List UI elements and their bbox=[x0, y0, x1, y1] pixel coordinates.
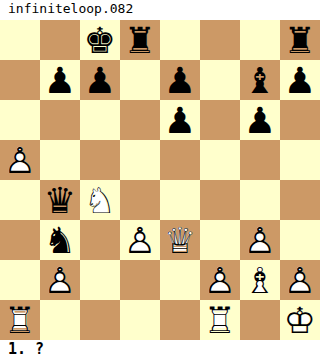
square-a8[interactable] bbox=[0, 20, 40, 60]
square-c6[interactable] bbox=[80, 100, 120, 140]
piece-white-queen-e3-fill: ♛ bbox=[160, 220, 200, 260]
square-b4[interactable]: ♛ bbox=[40, 180, 80, 220]
square-b5[interactable] bbox=[40, 140, 80, 180]
piece-white-bishop-g2: ♗ bbox=[240, 260, 280, 300]
square-h3[interactable] bbox=[280, 220, 320, 260]
square-a5[interactable]: ♟♙ bbox=[0, 140, 40, 180]
square-b2[interactable]: ♟♙ bbox=[40, 260, 80, 300]
piece-white-rook-f1: ♖ bbox=[200, 300, 240, 340]
piece-black-pawn-b7: ♟ bbox=[40, 60, 80, 100]
square-g2[interactable]: ♝♗ bbox=[240, 260, 280, 300]
piece-white-pawn-h2: ♙ bbox=[280, 260, 320, 300]
square-d7[interactable] bbox=[120, 60, 160, 100]
piece-black-king-c8: ♚ bbox=[80, 20, 120, 60]
square-f4[interactable] bbox=[200, 180, 240, 220]
move-prompt: 1. ? bbox=[0, 340, 320, 360]
square-a2[interactable] bbox=[0, 260, 40, 300]
square-e3[interactable]: ♛♕ bbox=[160, 220, 200, 260]
piece-white-pawn-g3: ♙ bbox=[240, 220, 280, 260]
square-f7[interactable] bbox=[200, 60, 240, 100]
square-h6[interactable] bbox=[280, 100, 320, 140]
piece-black-pawn-h7: ♟ bbox=[280, 60, 320, 100]
piece-white-pawn-b2: ♙ bbox=[40, 260, 80, 300]
square-h7[interactable]: ♟ bbox=[280, 60, 320, 100]
square-b8[interactable] bbox=[40, 20, 80, 60]
square-d1[interactable] bbox=[120, 300, 160, 340]
piece-black-pawn-e7: ♟ bbox=[160, 60, 200, 100]
square-e1[interactable] bbox=[160, 300, 200, 340]
square-f5[interactable] bbox=[200, 140, 240, 180]
piece-white-pawn-d3-fill: ♟ bbox=[120, 220, 160, 260]
piece-white-pawn-a5-fill: ♟ bbox=[0, 140, 40, 180]
square-f2[interactable]: ♟♙ bbox=[200, 260, 240, 300]
piece-black-pawn-e6: ♟ bbox=[160, 100, 200, 140]
piece-black-knight-b3: ♞ bbox=[40, 220, 80, 260]
square-a7[interactable] bbox=[0, 60, 40, 100]
square-c1[interactable] bbox=[80, 300, 120, 340]
square-c8[interactable]: ♚ bbox=[80, 20, 120, 60]
piece-black-rook-d8: ♜ bbox=[120, 20, 160, 60]
square-e7[interactable]: ♟ bbox=[160, 60, 200, 100]
square-b7[interactable]: ♟ bbox=[40, 60, 80, 100]
square-h1[interactable]: ♚♔ bbox=[280, 300, 320, 340]
piece-white-pawn-f2: ♙ bbox=[200, 260, 240, 300]
piece-white-rook-f1-fill: ♜ bbox=[200, 300, 240, 340]
square-h8[interactable]: ♜ bbox=[280, 20, 320, 60]
square-g3[interactable]: ♟♙ bbox=[240, 220, 280, 260]
square-e2[interactable] bbox=[160, 260, 200, 300]
square-c2[interactable] bbox=[80, 260, 120, 300]
piece-white-bishop-g2-fill: ♝ bbox=[240, 260, 280, 300]
piece-white-knight-c4-fill: ♞ bbox=[80, 180, 120, 220]
square-d6[interactable] bbox=[120, 100, 160, 140]
square-g1[interactable] bbox=[240, 300, 280, 340]
square-f3[interactable] bbox=[200, 220, 240, 260]
square-b1[interactable] bbox=[40, 300, 80, 340]
square-a4[interactable] bbox=[0, 180, 40, 220]
square-d5[interactable] bbox=[120, 140, 160, 180]
square-f8[interactable] bbox=[200, 20, 240, 60]
square-g7[interactable]: ♝ bbox=[240, 60, 280, 100]
piece-white-rook-a1-fill: ♜ bbox=[0, 300, 40, 340]
square-a1[interactable]: ♜♖ bbox=[0, 300, 40, 340]
square-c5[interactable] bbox=[80, 140, 120, 180]
chess-board: ♚♜♜♟♟♟♝♟♟♟♟♙♛♞♘♞♟♙♛♕♟♙♟♙♟♙♝♗♟♙♜♖♜♖♚♔ bbox=[0, 20, 320, 340]
square-e8[interactable] bbox=[160, 20, 200, 60]
piece-white-queen-e3: ♕ bbox=[160, 220, 200, 260]
piece-black-pawn-g6: ♟ bbox=[240, 100, 280, 140]
square-e6[interactable]: ♟ bbox=[160, 100, 200, 140]
square-b6[interactable] bbox=[40, 100, 80, 140]
piece-white-pawn-h2-fill: ♟ bbox=[280, 260, 320, 300]
piece-black-rook-h8: ♜ bbox=[280, 20, 320, 60]
piece-white-pawn-g3-fill: ♟ bbox=[240, 220, 280, 260]
square-c4[interactable]: ♞♘ bbox=[80, 180, 120, 220]
square-f6[interactable] bbox=[200, 100, 240, 140]
square-d8[interactable]: ♜ bbox=[120, 20, 160, 60]
piece-white-king-h1: ♔ bbox=[280, 300, 320, 340]
square-g4[interactable] bbox=[240, 180, 280, 220]
piece-black-queen-b4: ♛ bbox=[40, 180, 80, 220]
piece-black-pawn-c7: ♟ bbox=[80, 60, 120, 100]
piece-white-pawn-b2-fill: ♟ bbox=[40, 260, 80, 300]
square-d3[interactable]: ♟♙ bbox=[120, 220, 160, 260]
square-e5[interactable] bbox=[160, 140, 200, 180]
square-d2[interactable] bbox=[120, 260, 160, 300]
piece-white-pawn-a5: ♙ bbox=[0, 140, 40, 180]
piece-white-knight-c4: ♘ bbox=[80, 180, 120, 220]
piece-black-bishop-g7: ♝ bbox=[240, 60, 280, 100]
square-e4[interactable] bbox=[160, 180, 200, 220]
piece-white-king-h1-fill: ♚ bbox=[280, 300, 320, 340]
square-a3[interactable] bbox=[0, 220, 40, 260]
square-g8[interactable] bbox=[240, 20, 280, 60]
square-c7[interactable]: ♟ bbox=[80, 60, 120, 100]
square-g5[interactable] bbox=[240, 140, 280, 180]
square-h5[interactable] bbox=[280, 140, 320, 180]
square-c3[interactable] bbox=[80, 220, 120, 260]
position-title: infiniteloop.082 bbox=[0, 0, 320, 20]
piece-white-rook-a1: ♖ bbox=[0, 300, 40, 340]
square-d4[interactable] bbox=[120, 180, 160, 220]
square-b3[interactable]: ♞ bbox=[40, 220, 80, 260]
piece-white-pawn-d3: ♙ bbox=[120, 220, 160, 260]
square-h4[interactable] bbox=[280, 180, 320, 220]
square-f1[interactable]: ♜♖ bbox=[200, 300, 240, 340]
square-a6[interactable] bbox=[0, 100, 40, 140]
square-h2[interactable]: ♟♙ bbox=[280, 260, 320, 300]
square-g6[interactable]: ♟ bbox=[240, 100, 280, 140]
piece-white-pawn-f2-fill: ♟ bbox=[200, 260, 240, 300]
